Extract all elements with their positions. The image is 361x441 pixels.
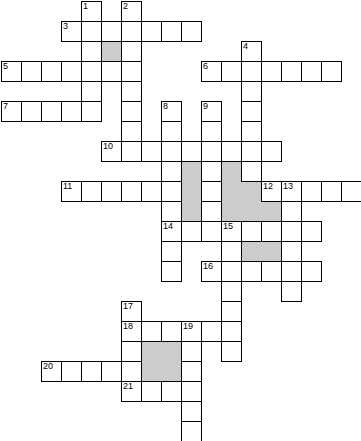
blocked-cell-r9c9 [181,181,202,202]
cell-r11c14[interactable] [281,221,302,242]
cell-r13c10[interactable] [201,261,222,282]
cell-r9c13[interactable] [261,181,282,202]
cell-r20c9[interactable] [181,401,202,422]
cell-r9c15[interactable] [301,181,322,202]
blocked-cell-r18c8 [161,361,182,382]
blocked-cell-r10c12 [241,201,262,222]
cell-r13c13[interactable] [261,261,282,282]
cell-r6c8[interactable] [161,121,182,142]
cell-r13c11[interactable] [221,261,242,282]
cell-r11c10[interactable] [201,221,222,242]
crossword-board: 123456789101112131415161718192021 [0,0,361,441]
blocked-cell-r12c12 [241,241,262,262]
cell-r8c12[interactable] [241,161,262,182]
cell-r3c13[interactable] [261,61,282,82]
cell-r3c15[interactable] [301,61,322,82]
cell-r18c4[interactable] [81,361,102,382]
cell-r10c10[interactable] [201,201,222,222]
cell-r12c14[interactable] [281,241,302,262]
cell-r16c11[interactable] [221,321,242,342]
cell-r9c8[interactable] [161,181,182,202]
cell-r16c6[interactable] [121,321,142,342]
blocked-cell-r17c8 [161,341,182,362]
cell-r5c10[interactable] [201,101,222,122]
blocked-cell-r8c9 [181,161,202,182]
cell-r9c16[interactable] [321,181,342,202]
cell-r5c4[interactable] [81,101,102,122]
cell-r7c8[interactable] [161,141,182,162]
cell-r10c8[interactable] [161,201,182,222]
cell-r7c7[interactable] [141,141,162,162]
cell-r4c4[interactable] [81,81,102,102]
blocked-cell-r17c7 [141,341,162,362]
cell-r9c10[interactable] [201,181,222,202]
cell-r14c14[interactable] [281,281,302,302]
cell-r3c12[interactable] [241,61,262,82]
cell-r18c5[interactable] [101,361,122,382]
cell-r18c9[interactable] [181,361,202,382]
cell-r5c6[interactable] [121,101,142,122]
blocked-cell-r8c11 [221,161,242,182]
cell-r7c6[interactable] [121,141,142,162]
cell-r9c7[interactable] [141,181,162,202]
cell-r12c8[interactable] [161,241,182,262]
cell-r9c3[interactable] [61,181,82,202]
cell-r3c1[interactable] [21,61,42,82]
cell-r8c10[interactable] [201,161,222,182]
cell-r18c3[interactable] [61,361,82,382]
cell-r11c15[interactable] [301,221,322,242]
cell-r18c2[interactable] [41,361,62,382]
blocked-cell-r10c11 [221,201,242,222]
blocked-cell-r10c9 [181,201,202,222]
cell-r1c7[interactable] [141,21,162,42]
cell-r4c12[interactable] [241,81,262,102]
cell-r13c15[interactable] [301,261,322,282]
cell-r15c6[interactable] [121,301,142,322]
cell-r11c11[interactable] [221,221,242,242]
cell-r3c14[interactable] [281,61,302,82]
cell-r5c8[interactable] [161,101,182,122]
cell-r7c10[interactable] [201,141,222,162]
cell-r11c12[interactable] [241,221,262,242]
cell-r2c12[interactable] [241,41,262,62]
cell-r12c11[interactable] [221,241,242,262]
cell-r17c11[interactable] [221,341,242,362]
cell-r0c6[interactable] [121,1,142,22]
cell-r1c5[interactable] [101,21,122,42]
cell-r3c4[interactable] [81,61,102,82]
cell-r13c14[interactable] [281,261,302,282]
cell-r1c4[interactable] [81,21,102,42]
cell-r18c6[interactable] [121,361,142,382]
cell-r21c9[interactable] [181,421,202,441]
cell-r6c12[interactable] [241,121,262,142]
cell-r7c13[interactable] [261,141,282,162]
cell-r17c9[interactable] [181,341,202,362]
cell-r7c12[interactable] [241,141,262,162]
cell-r8c8[interactable] [161,161,182,182]
blocked-cell-r9c12 [241,181,262,202]
blocked-cell-r18c7 [141,361,162,382]
cell-r19c6[interactable] [121,381,142,402]
cell-r13c8[interactable] [161,261,182,282]
cell-r16c10[interactable] [201,321,222,342]
cell-r7c5[interactable] [101,141,122,162]
cell-r19c9[interactable] [181,381,202,402]
cell-r11c9[interactable] [181,221,202,242]
cell-r6c10[interactable] [201,121,222,142]
cell-r0c4[interactable] [81,1,102,22]
cell-r2c6[interactable] [121,41,142,62]
cell-r1c9[interactable] [181,21,202,42]
cell-r6c6[interactable] [121,121,142,142]
cell-r2c4[interactable] [81,41,102,62]
cell-r14c11[interactable] [221,281,242,302]
cell-r9c4[interactable] [81,181,102,202]
cell-r10c14[interactable] [281,201,302,222]
cell-r3c0[interactable] [1,61,22,82]
cell-r3c10[interactable] [201,61,222,82]
blocked-cell-r12c13 [261,241,282,262]
cell-r15c11[interactable] [221,301,242,322]
cell-r1c3[interactable] [61,21,82,42]
cell-r13c12[interactable] [241,261,262,282]
blocked-cell-r2c5 [101,41,122,62]
cell-r4c6[interactable] [121,81,142,102]
cell-r5c0[interactable] [1,101,22,122]
cell-r5c12[interactable] [241,101,262,122]
cell-r16c9[interactable] [181,321,202,342]
cell-r5c1[interactable] [21,101,42,122]
cell-r19c7[interactable] [141,381,162,402]
cell-r3c16[interactable] [321,61,342,82]
cell-r11c13[interactable] [261,221,282,242]
blocked-cell-r9c11 [221,181,242,202]
cell-r3c3[interactable] [61,61,82,82]
cell-r17c6[interactable] [121,341,142,362]
cell-r9c6[interactable] [121,181,142,202]
cell-r9c17[interactable] [341,181,361,202]
cell-r1c6[interactable] [121,21,142,42]
cell-r7c11[interactable] [221,141,242,162]
cell-r19c8[interactable] [161,381,182,402]
cell-r16c8[interactable] [161,321,182,342]
cell-r7c9[interactable] [181,141,202,162]
cell-r9c5[interactable] [101,181,122,202]
cell-r3c6[interactable] [121,61,142,82]
cell-r1c8[interactable] [161,21,182,42]
cell-r9c14[interactable] [281,181,302,202]
cell-r3c2[interactable] [41,61,62,82]
cell-r16c7[interactable] [141,321,162,342]
cell-r5c2[interactable] [41,101,62,122]
blocked-cell-r10c13 [261,201,282,222]
cell-r11c8[interactable] [161,221,182,242]
cell-r5c3[interactable] [61,101,82,122]
cell-r3c5[interactable] [101,61,122,82]
cell-r3c11[interactable] [221,61,242,82]
